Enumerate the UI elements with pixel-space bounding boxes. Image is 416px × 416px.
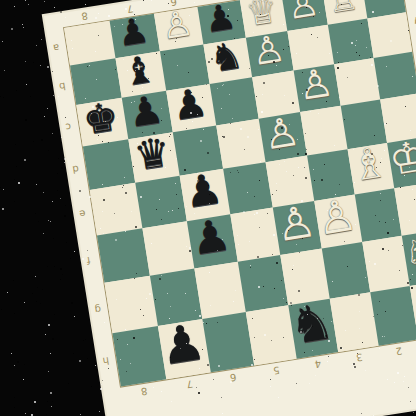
square-c2[interactable] — [334, 58, 380, 106]
piece-black-pawn-c7[interactable]: ♟ — [125, 89, 166, 133]
speckle-dot — [25, 0, 26, 1]
coord-label-8-topnum: 8 — [81, 10, 89, 21]
speckle-dot — [35, 213, 36, 214]
coord-label-2-bottomnum: 2 — [395, 345, 403, 356]
speckle-dot — [74, 316, 75, 317]
piece-white-bishop-e2[interactable]: ♗ — [347, 141, 391, 188]
speckle-dot — [47, 108, 48, 109]
speckle-dot — [24, 364, 25, 365]
piece-black-pawn-f6[interactable]: ♟ — [188, 212, 234, 262]
speckle-dot — [13, 280, 14, 281]
speckle-dot — [14, 201, 15, 202]
speckle-dot — [60, 279, 61, 280]
coord-label-6-bottomnum: 6 — [229, 371, 237, 382]
speckle-dot — [57, 190, 58, 191]
speckle-dot — [100, 388, 102, 390]
coord-label-b-left: b — [58, 81, 66, 92]
speckle-dot — [15, 144, 16, 145]
speckle-dot — [26, 84, 27, 85]
speckle-dot — [48, 371, 49, 372]
speckle-dot — [3, 189, 4, 190]
coord-label-d-left: d — [72, 164, 80, 175]
square-g6[interactable] — [194, 262, 245, 319]
speckle-dot — [11, 28, 13, 30]
coord-label-a-left: a — [52, 42, 60, 53]
speckle-dot — [30, 96, 31, 97]
speckle-dot — [14, 6, 15, 7]
square-c1[interactable] — [374, 52, 416, 100]
speckle-dot — [52, 338, 54, 340]
speckle-dot — [14, 365, 15, 366]
speckle-dot — [43, 192, 44, 193]
speckle-dot — [4, 70, 5, 71]
square-b1[interactable] — [367, 12, 412, 58]
speckle-dot — [47, 66, 49, 68]
speckle-dot — [43, 28, 44, 29]
speckle-dot — [53, 95, 54, 96]
speckle-dot — [64, 162, 65, 163]
coord-label-e-left: e — [79, 208, 87, 219]
speckle-dot — [66, 242, 67, 243]
piece-white-pawn-d4[interactable]: ♙ — [260, 111, 302, 156]
speckle-dot — [60, 268, 62, 270]
speckle-dot — [64, 215, 66, 217]
speckle-dot — [87, 358, 88, 359]
speckle-dot — [58, 158, 59, 159]
speckle-dot — [74, 251, 75, 252]
speckle-dot — [25, 61, 26, 62]
speckle-dot — [83, 340, 84, 341]
square-b2[interactable] — [328, 18, 374, 64]
speckle-dot — [35, 276, 36, 277]
piece-white-pawn-a6[interactable]: ♙ — [159, 6, 195, 45]
speckle-dot — [52, 401, 53, 402]
speckle-dot — [47, 266, 48, 267]
speckle-dot — [34, 401, 36, 403]
speckle-dot — [43, 233, 44, 234]
photo-frame: abcdefgh8877665544332211 ♞ US CHESS ♚♟♝♟… — [0, 0, 416, 416]
square-d3[interactable] — [300, 106, 347, 156]
speckle-dot — [14, 397, 15, 398]
speckle-dot — [53, 238, 54, 239]
coord-label-5-bottomnum: 5 — [272, 365, 280, 376]
square-e5[interactable] — [223, 162, 273, 214]
vinyl-board-sheet: abcdefgh8877665544332211 ♞ US CHESS ♚♟♝♟… — [44, 0, 416, 416]
speckle-dot — [73, 353, 74, 354]
speckle-dot — [1, 309, 2, 310]
speckle-dot — [2, 208, 4, 210]
speckle-dot — [54, 266, 55, 267]
speckle-dot — [50, 221, 51, 222]
speckle-dot — [85, 339, 86, 340]
piece-black-pawn-a5[interactable]: ♟ — [202, 0, 238, 38]
speckle-dot — [40, 65, 41, 66]
speckle-dot — [23, 379, 24, 380]
speckle-dot — [28, 4, 29, 5]
piece-black-bishop-b7[interactable]: ♝ — [120, 50, 159, 92]
square-f5[interactable] — [230, 208, 280, 262]
piece-black-pawn-c6[interactable]: ♟ — [169, 82, 210, 126]
coord-label-3-bottomnum: 3 — [355, 351, 363, 362]
piece-white-rook-a2[interactable]: ♖ — [325, 0, 361, 19]
piece-white-pawn-a3[interactable]: ♙ — [285, 0, 321, 25]
speckle-dot — [52, 133, 53, 134]
speckle-dot — [16, 90, 17, 91]
piece-black-queen-d7[interactable]: ♛ — [132, 131, 174, 176]
piece-black-pawn-a7[interactable]: ♟ — [115, 13, 151, 52]
speckle-dot — [42, 289, 43, 290]
speckle-dot — [62, 274, 63, 275]
speckle-dot — [41, 39, 42, 40]
square-f7[interactable] — [142, 221, 194, 275]
speckle-dot — [22, 24, 23, 25]
piece-white-pawn-f3[interactable]: ♙ — [314, 192, 360, 242]
square-g8[interactable] — [104, 276, 157, 334]
speckle-dot — [50, 353, 51, 354]
speckle-dot — [70, 258, 71, 259]
piece-black-pawn-e6[interactable]: ♟ — [181, 167, 225, 214]
speckle-dot — [32, 293, 33, 294]
coord-label-c-left: c — [65, 121, 72, 132]
speckle-dot — [48, 324, 50, 326]
speckle-dot — [50, 392, 52, 394]
speckle-dot — [91, 386, 92, 387]
speckle-dot — [25, 413, 26, 414]
speckle-dot — [25, 119, 27, 121]
square-f8[interactable] — [97, 228, 150, 283]
speckle-dot — [36, 45, 37, 46]
speckle-dot — [54, 314, 55, 315]
speckle-dot — [18, 182, 20, 184]
speckle-dot — [61, 137, 62, 138]
speckle-dot — [48, 220, 49, 221]
speckle-dot — [33, 62, 34, 63]
speckle-dot — [80, 414, 81, 415]
coord-label-h-left: h — [102, 355, 110, 366]
speckle-dot — [68, 383, 69, 384]
speckle-dot — [33, 141, 34, 142]
speckle-dot — [54, 7, 55, 8]
speckle-dot — [23, 27, 24, 28]
piece-black-king-c8[interactable]: ♚ — [80, 96, 121, 140]
speckle-dot — [48, 150, 49, 151]
speckle-dot — [2, 41, 3, 42]
piece-black-knight-h4[interactable]: ♞ — [285, 296, 337, 352]
speckle-dot — [0, 187, 1, 188]
speckle-dot — [46, 414, 47, 415]
coord-label-7-bottomnum: 7 — [185, 378, 193, 389]
coord-label-g-left: g — [94, 303, 102, 314]
speckle-dot — [17, 361, 19, 363]
piece-white-pawn-f4[interactable]: ♙ — [273, 199, 319, 249]
speckle-dot — [7, 292, 8, 293]
coord-label-8-bottomnum: 8 — [140, 386, 148, 397]
speckle-dot — [57, 173, 58, 174]
speckle-dot — [71, 302, 73, 304]
square-c5[interactable] — [210, 77, 259, 125]
us-chess-knight-icon: ♞ — [411, 13, 416, 31]
speckle-dot — [14, 407, 15, 408]
speckle-dot — [99, 411, 100, 412]
speckle-dot — [0, 96, 1, 97]
square-d5[interactable] — [216, 119, 265, 169]
speckle-dot — [36, 301, 37, 302]
piece-black-pawn-h7[interactable]: ♟ — [157, 316, 209, 372]
square-e8[interactable] — [90, 183, 143, 236]
speckle-dot — [44, 1, 45, 2]
piece-white-pawn-c3[interactable]: ♙ — [295, 62, 336, 106]
coord-label-f-left: f — [86, 255, 91, 265]
speckle-dot — [11, 353, 12, 354]
speckle-dot — [65, 205, 66, 206]
speckle-dot — [24, 159, 26, 161]
speckle-dot — [37, 287, 38, 288]
speckle-dot — [41, 139, 43, 141]
speckle-dot — [44, 116, 45, 117]
square-d8[interactable] — [83, 139, 135, 190]
speckle-dot — [413, 412, 414, 413]
speckle-dot — [36, 184, 37, 185]
speckle-dot — [52, 201, 53, 202]
speckle-dot — [60, 198, 61, 199]
square-e7[interactable] — [135, 176, 187, 228]
speckle-dot — [16, 166, 17, 167]
piece-black-knight-b5[interactable]: ♞ — [207, 36, 246, 78]
speckle-dot — [14, 313, 15, 314]
speckle-dot — [85, 4, 86, 5]
coord-label-4-bottomnum: 4 — [314, 358, 322, 369]
speckle-dot — [79, 360, 81, 362]
speckle-dot — [95, 365, 96, 366]
speckle-dot — [24, 302, 25, 303]
speckle-dot — [61, 167, 63, 169]
speckle-dot — [40, 303, 41, 304]
speckle-dot — [45, 334, 46, 335]
speckle-dot — [14, 179, 15, 180]
speckle-dot — [3, 97, 4, 98]
speckle-dot — [51, 406, 52, 407]
square-h2[interactable] — [370, 286, 416, 346]
speckle-dot — [47, 401, 48, 402]
piece-white-pawn-b4[interactable]: ♙ — [249, 30, 288, 72]
speckle-dot — [38, 221, 39, 222]
